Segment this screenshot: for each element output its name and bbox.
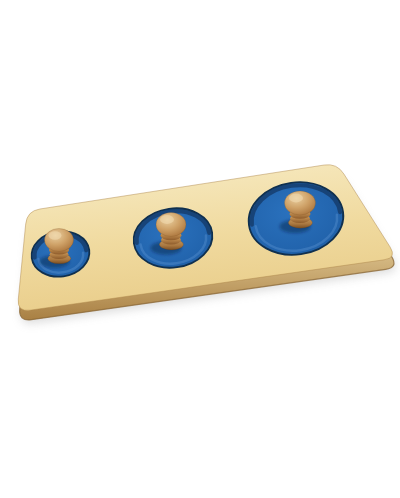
knob-cap-highlight xyxy=(160,215,174,224)
puzzle-scene xyxy=(0,0,400,498)
knob-cap-highlight xyxy=(49,231,62,239)
knob-cap-highlight xyxy=(289,194,303,203)
product-photo xyxy=(0,0,400,498)
knob-cap xyxy=(45,229,74,252)
